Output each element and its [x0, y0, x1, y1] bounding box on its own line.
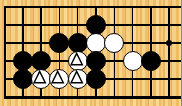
- stone-black-E4[interactable]: [68, 33, 88, 53]
- stone-white-F4[interactable]: [86, 33, 106, 53]
- triangle-mark: [69, 52, 87, 70]
- grid-line-horizontal: [4, 6, 182, 9]
- stone-white-G4[interactable]: [104, 33, 124, 53]
- stone-black-J3[interactable]: [141, 51, 161, 71]
- star-point: [166, 40, 172, 46]
- stone-black-B3[interactable]: [13, 51, 33, 71]
- grid-line-horizontal: [4, 96, 182, 99]
- stone-black-D4[interactable]: [49, 33, 69, 53]
- stone-black-C3[interactable]: [31, 51, 51, 71]
- stone-white-H3[interactable]: [123, 51, 143, 71]
- triangle-mark: [32, 70, 50, 88]
- stone-black-F2[interactable]: [86, 69, 106, 89]
- go-board[interactable]: [0, 0, 181, 106]
- stone-white-D2[interactable]: [49, 69, 69, 89]
- grid-line-vertical: [4, 6, 6, 99]
- stone-white-C2[interactable]: [31, 69, 51, 89]
- grid-line-vertical: [168, 6, 170, 99]
- stone-black-F3[interactable]: [86, 51, 106, 71]
- stone-black-B2[interactable]: [13, 69, 33, 89]
- triangle-mark: [69, 70, 87, 88]
- stone-white-E3[interactable]: [68, 51, 88, 71]
- triangle-mark: [50, 70, 68, 88]
- stone-black-F5[interactable]: [86, 15, 106, 35]
- stone-white-E2[interactable]: [68, 69, 88, 89]
